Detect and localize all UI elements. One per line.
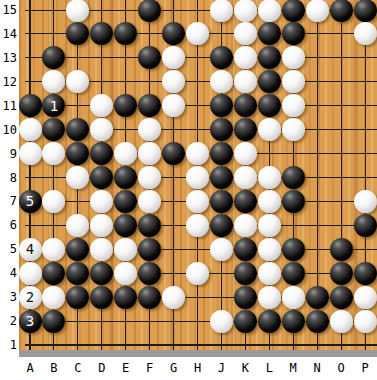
col-label-M: M (283, 362, 304, 375)
col-label-A: A (20, 362, 41, 375)
col-label-E: E (115, 362, 136, 375)
go-game-screenshot: 15423 151413121110987654321 ABCDEFGHJKLM… (0, 0, 377, 380)
col-label-G: G (163, 362, 184, 375)
column-coordinate-labels: ABCDEFGHJKLMNOP (0, 0, 377, 380)
col-label-C: C (67, 362, 88, 375)
col-label-F: F (139, 362, 160, 375)
col-label-B: B (43, 362, 64, 375)
col-label-K: K (235, 362, 256, 375)
col-label-L: L (259, 362, 280, 375)
col-label-N: N (307, 362, 328, 375)
col-label-H: H (187, 362, 208, 375)
col-label-D: D (91, 362, 112, 375)
col-label-P: P (355, 362, 376, 375)
col-label-O: O (331, 362, 352, 375)
col-label-J: J (211, 362, 232, 375)
